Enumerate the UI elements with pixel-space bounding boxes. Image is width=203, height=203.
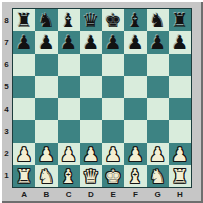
piece-white-pawn[interactable]: ♟ <box>127 142 144 164</box>
square-h4[interactable] <box>169 98 191 120</box>
square-e2[interactable]: ♟ <box>102 143 124 165</box>
square-b5[interactable] <box>35 76 57 98</box>
piece-black-pawn[interactable]: ♟ <box>16 31 33 53</box>
square-e6[interactable] <box>102 54 124 76</box>
square-a6[interactable] <box>13 54 35 76</box>
piece-black-rook[interactable]: ♜ <box>16 9 33 31</box>
chess-board[interactable]: ♜♞♝♛♚♝♞♜♟♟♟♟♟♟♟♟♟♟♟♟♟♟♟♟♜♞♝♛♚♝♞♜ <box>12 8 192 188</box>
square-a4[interactable] <box>13 98 35 120</box>
file-label: A <box>13 188 35 201</box>
piece-white-bishop[interactable]: ♝ <box>127 164 144 186</box>
square-b3[interactable] <box>35 120 57 142</box>
square-h1[interactable]: ♜ <box>169 165 191 187</box>
square-b6[interactable] <box>35 54 57 76</box>
square-g1[interactable]: ♞ <box>147 165 169 187</box>
square-f7[interactable]: ♟ <box>124 31 146 53</box>
rank-label: 3 <box>1 120 12 142</box>
piece-black-pawn[interactable]: ♟ <box>38 31 55 53</box>
square-c1[interactable]: ♝ <box>58 165 80 187</box>
piece-white-pawn[interactable]: ♟ <box>16 142 33 164</box>
square-d2[interactable]: ♟ <box>80 143 102 165</box>
piece-black-pawn[interactable]: ♟ <box>60 31 77 53</box>
piece-black-pawn[interactable]: ♟ <box>149 31 166 53</box>
square-a3[interactable] <box>13 120 35 142</box>
rank-label: 4 <box>1 98 12 120</box>
rank-label: 5 <box>1 76 12 98</box>
square-d7[interactable]: ♟ <box>80 31 102 53</box>
square-f3[interactable] <box>124 120 146 142</box>
square-b1[interactable]: ♞ <box>35 165 57 187</box>
square-c4[interactable] <box>58 98 80 120</box>
piece-white-king[interactable]: ♚ <box>105 164 122 186</box>
chess-board-window: 87654321 ♜♞♝♛♚♝♞♜♟♟♟♟♟♟♟♟♟♟♟♟♟♟♟♟♜♞♝♛♚♝♞… <box>0 0 203 203</box>
square-g3[interactable] <box>147 120 169 142</box>
piece-white-pawn[interactable]: ♟ <box>171 142 188 164</box>
piece-white-pawn[interactable]: ♟ <box>149 142 166 164</box>
file-label: H <box>169 188 191 201</box>
file-label: D <box>80 188 102 201</box>
square-d6[interactable] <box>80 54 102 76</box>
square-c3[interactable] <box>58 120 80 142</box>
piece-white-pawn[interactable]: ♟ <box>82 142 99 164</box>
square-d8[interactable]: ♛ <box>80 9 102 31</box>
file-label: E <box>102 188 124 201</box>
piece-white-rook[interactable]: ♜ <box>16 164 33 186</box>
rank-label: 1 <box>1 165 12 187</box>
square-a2[interactable]: ♟ <box>13 143 35 165</box>
square-h7[interactable]: ♟ <box>169 31 191 53</box>
square-a7[interactable]: ♟ <box>13 31 35 53</box>
file-label: B <box>35 188 57 201</box>
file-label: F <box>124 188 146 201</box>
square-c7[interactable]: ♟ <box>58 31 80 53</box>
square-h2[interactable]: ♟ <box>169 143 191 165</box>
square-b7[interactable]: ♟ <box>35 31 57 53</box>
piece-black-pawn[interactable]: ♟ <box>127 31 144 53</box>
piece-black-pawn[interactable]: ♟ <box>171 31 188 53</box>
square-b8[interactable]: ♞ <box>35 9 57 31</box>
square-g8[interactable]: ♞ <box>147 9 169 31</box>
square-a8[interactable]: ♜ <box>13 9 35 31</box>
square-e5[interactable] <box>102 76 124 98</box>
square-e8[interactable]: ♚ <box>102 9 124 31</box>
rank-label: 7 <box>1 31 12 53</box>
square-h8[interactable]: ♜ <box>169 9 191 31</box>
square-d1[interactable]: ♛ <box>80 165 102 187</box>
square-h6[interactable] <box>169 54 191 76</box>
piece-black-bishop[interactable]: ♝ <box>127 9 144 31</box>
piece-black-knight[interactable]: ♞ <box>149 9 166 31</box>
rank-label: 2 <box>1 143 12 165</box>
square-c6[interactable] <box>58 54 80 76</box>
rank-label: 8 <box>1 9 12 31</box>
square-f1[interactable]: ♝ <box>124 165 146 187</box>
square-e3[interactable] <box>102 120 124 142</box>
square-f8[interactable]: ♝ <box>124 9 146 31</box>
square-b2[interactable]: ♟ <box>35 143 57 165</box>
square-g6[interactable] <box>147 54 169 76</box>
square-a5[interactable] <box>13 76 35 98</box>
piece-black-pawn[interactable]: ♟ <box>82 31 99 53</box>
square-g2[interactable]: ♟ <box>147 143 169 165</box>
square-h3[interactable] <box>169 120 191 142</box>
rank-labels: 87654321 <box>1 9 12 187</box>
piece-black-pawn[interactable]: ♟ <box>105 31 122 53</box>
square-e7[interactable]: ♟ <box>102 31 124 53</box>
square-d3[interactable] <box>80 120 102 142</box>
square-b4[interactable] <box>35 98 57 120</box>
square-f6[interactable] <box>124 54 146 76</box>
file-labels: ABCDEFGH <box>13 188 191 201</box>
piece-white-rook[interactable]: ♜ <box>171 164 188 186</box>
square-f5[interactable] <box>124 76 146 98</box>
piece-white-knight[interactable]: ♞ <box>149 164 166 186</box>
square-g5[interactable] <box>147 76 169 98</box>
piece-black-queen[interactable]: ♛ <box>82 9 99 31</box>
piece-black-king[interactable]: ♚ <box>105 9 122 31</box>
square-c5[interactable] <box>58 76 80 98</box>
piece-black-bishop[interactable]: ♝ <box>60 9 77 31</box>
square-e1[interactable]: ♚ <box>102 165 124 187</box>
piece-white-pawn[interactable]: ♟ <box>38 142 55 164</box>
square-d5[interactable] <box>80 76 102 98</box>
piece-black-rook[interactable]: ♜ <box>171 9 188 31</box>
rank-label: 6 <box>1 54 12 76</box>
piece-white-pawn[interactable]: ♟ <box>105 142 122 164</box>
file-label: G <box>147 188 169 201</box>
square-f4[interactable] <box>124 98 146 120</box>
square-c8[interactable]: ♝ <box>58 9 80 31</box>
piece-white-bishop[interactable]: ♝ <box>60 164 77 186</box>
square-d4[interactable] <box>80 98 102 120</box>
piece-black-knight[interactable]: ♞ <box>38 9 55 31</box>
square-e4[interactable] <box>102 98 124 120</box>
piece-white-queen[interactable]: ♛ <box>82 164 99 186</box>
square-g7[interactable]: ♟ <box>147 31 169 53</box>
piece-white-knight[interactable]: ♞ <box>38 164 55 186</box>
square-f2[interactable]: ♟ <box>124 143 146 165</box>
square-c2[interactable]: ♟ <box>58 143 80 165</box>
square-a1[interactable]: ♜ <box>13 165 35 187</box>
square-g4[interactable] <box>147 98 169 120</box>
file-label: C <box>58 188 80 201</box>
square-h5[interactable] <box>169 76 191 98</box>
piece-white-pawn[interactable]: ♟ <box>60 142 77 164</box>
